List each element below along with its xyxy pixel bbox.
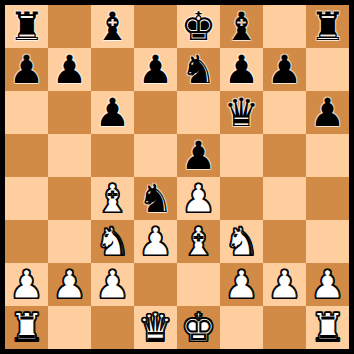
square-a1[interactable]: ♜ (5, 306, 48, 349)
square-b7[interactable]: ♟ (48, 48, 91, 91)
piece-white-knight[interactable]: ♞ (95, 220, 130, 263)
piece-black-knight[interactable]: ♞ (181, 48, 216, 91)
square-h7[interactable] (306, 48, 349, 91)
square-c3[interactable]: ♞ (91, 220, 134, 263)
piece-black-knight[interactable]: ♞ (138, 177, 173, 220)
square-e2[interactable] (177, 263, 220, 306)
square-c8[interactable]: ♝ (91, 5, 134, 48)
square-e5[interactable]: ♟ (177, 134, 220, 177)
piece-black-rook[interactable]: ♜ (9, 5, 44, 48)
square-e1[interactable]: ♚ (177, 306, 220, 349)
square-h8[interactable]: ♜ (306, 5, 349, 48)
square-e7[interactable]: ♞ (177, 48, 220, 91)
square-b5[interactable] (48, 134, 91, 177)
square-d4[interactable]: ♞ (134, 177, 177, 220)
square-f5[interactable] (220, 134, 263, 177)
square-f8[interactable]: ♝ (220, 5, 263, 48)
square-b8[interactable] (48, 5, 91, 48)
square-d2[interactable] (134, 263, 177, 306)
piece-white-pawn[interactable]: ♟ (52, 263, 87, 306)
square-e8[interactable]: ♚ (177, 5, 220, 48)
piece-black-bishop[interactable]: ♝ (95, 5, 130, 48)
square-a8[interactable]: ♜ (5, 5, 48, 48)
square-c2[interactable]: ♟ (91, 263, 134, 306)
square-a2[interactable]: ♟ (5, 263, 48, 306)
square-f6[interactable]: ♛ (220, 91, 263, 134)
piece-black-pawn[interactable]: ♟ (224, 48, 259, 91)
piece-white-rook[interactable]: ♜ (310, 306, 345, 349)
square-b3[interactable] (48, 220, 91, 263)
square-g7[interactable]: ♟ (263, 48, 306, 91)
square-a7[interactable]: ♟ (5, 48, 48, 91)
square-a4[interactable] (5, 177, 48, 220)
piece-white-pawn[interactable]: ♟ (9, 263, 44, 306)
square-g3[interactable] (263, 220, 306, 263)
piece-white-queen[interactable]: ♛ (138, 306, 173, 349)
square-e6[interactable] (177, 91, 220, 134)
square-e3[interactable]: ♝ (177, 220, 220, 263)
piece-black-queen[interactable]: ♛ (224, 91, 259, 134)
square-h4[interactable] (306, 177, 349, 220)
square-g4[interactable] (263, 177, 306, 220)
piece-black-pawn[interactable]: ♟ (52, 48, 87, 91)
piece-black-bishop[interactable]: ♝ (224, 5, 259, 48)
piece-white-bishop[interactable]: ♝ (181, 220, 216, 263)
piece-white-pawn[interactable]: ♟ (310, 263, 345, 306)
square-c1[interactable] (91, 306, 134, 349)
piece-white-pawn[interactable]: ♟ (181, 177, 216, 220)
square-h6[interactable]: ♟ (306, 91, 349, 134)
piece-black-pawn[interactable]: ♟ (181, 134, 216, 177)
square-c6[interactable]: ♟ (91, 91, 134, 134)
piece-white-rook[interactable]: ♜ (9, 306, 44, 349)
square-c4[interactable]: ♝ (91, 177, 134, 220)
square-h2[interactable]: ♟ (306, 263, 349, 306)
square-e4[interactable]: ♟ (177, 177, 220, 220)
square-d7[interactable]: ♟ (134, 48, 177, 91)
piece-white-pawn[interactable]: ♟ (138, 220, 173, 263)
square-a6[interactable] (5, 91, 48, 134)
square-f7[interactable]: ♟ (220, 48, 263, 91)
square-g2[interactable]: ♟ (263, 263, 306, 306)
square-h1[interactable]: ♜ (306, 306, 349, 349)
square-g5[interactable] (263, 134, 306, 177)
square-b4[interactable] (48, 177, 91, 220)
chess-board: ♜♝♚♝♜♟♟♟♞♟♟♟♛♟♟♝♞♟♞♟♝♞♟♟♟♟♟♟♜♛♚♜ (5, 5, 349, 349)
square-g1[interactable] (263, 306, 306, 349)
square-b1[interactable] (48, 306, 91, 349)
piece-black-pawn[interactable]: ♟ (95, 91, 130, 134)
square-g6[interactable] (263, 91, 306, 134)
square-f3[interactable]: ♞ (220, 220, 263, 263)
piece-black-pawn[interactable]: ♟ (138, 48, 173, 91)
square-a5[interactable] (5, 134, 48, 177)
square-d3[interactable]: ♟ (134, 220, 177, 263)
piece-white-bishop[interactable]: ♝ (95, 177, 130, 220)
square-h5[interactable] (306, 134, 349, 177)
square-c5[interactable] (91, 134, 134, 177)
piece-white-knight[interactable]: ♞ (224, 220, 259, 263)
square-d6[interactable] (134, 91, 177, 134)
square-c7[interactable] (91, 48, 134, 91)
chess-board-frame: ♜♝♚♝♜♟♟♟♞♟♟♟♛♟♟♝♞♟♞♟♝♞♟♟♟♟♟♟♜♛♚♜ (0, 0, 354, 354)
piece-black-pawn[interactable]: ♟ (9, 48, 44, 91)
piece-black-pawn[interactable]: ♟ (310, 91, 345, 134)
piece-black-pawn[interactable]: ♟ (267, 48, 302, 91)
square-f2[interactable]: ♟ (220, 263, 263, 306)
piece-black-rook[interactable]: ♜ (310, 5, 345, 48)
square-a3[interactable] (5, 220, 48, 263)
square-f1[interactable] (220, 306, 263, 349)
piece-white-pawn[interactable]: ♟ (267, 263, 302, 306)
square-f4[interactable] (220, 177, 263, 220)
piece-black-king[interactable]: ♚ (181, 5, 216, 48)
square-b2[interactable]: ♟ (48, 263, 91, 306)
square-b6[interactable] (48, 91, 91, 134)
square-d8[interactable] (134, 5, 177, 48)
square-d5[interactable] (134, 134, 177, 177)
piece-white-pawn[interactable]: ♟ (95, 263, 130, 306)
square-d1[interactable]: ♛ (134, 306, 177, 349)
square-h3[interactable] (306, 220, 349, 263)
piece-white-pawn[interactable]: ♟ (224, 263, 259, 306)
square-g8[interactable] (263, 5, 306, 48)
piece-white-king[interactable]: ♚ (181, 306, 216, 349)
